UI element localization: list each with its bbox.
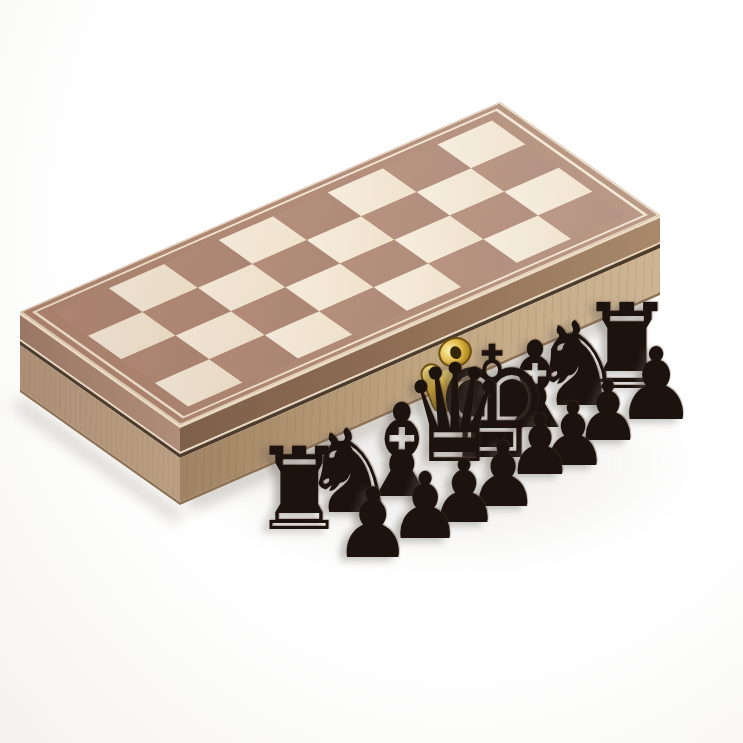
piece-rook-a: ♜ <box>252 433 346 547</box>
product-photo-scene: ♜♞♝♛♚♝♞♜♟♟♟♟♟♟♟♟ <box>0 0 743 743</box>
piece-pawn-1: ♟ <box>334 475 412 572</box>
